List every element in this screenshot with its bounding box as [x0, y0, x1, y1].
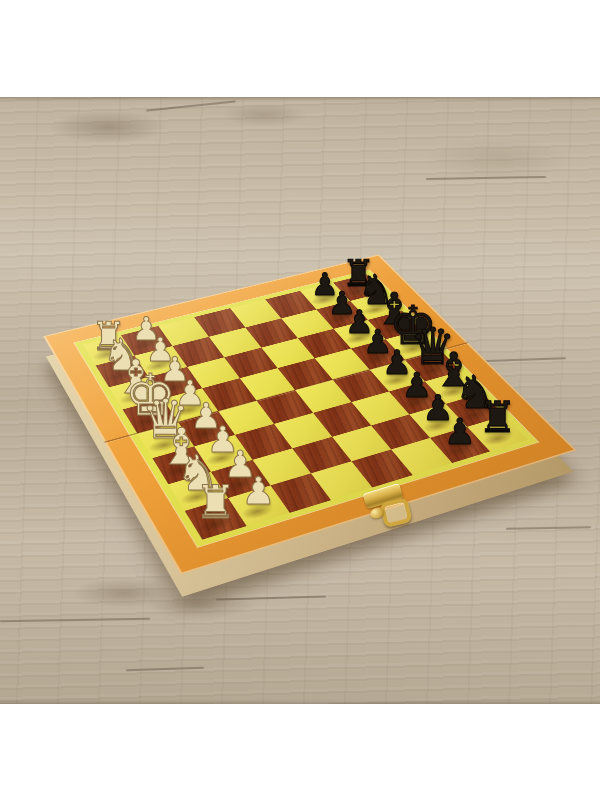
brass-clasp	[362, 486, 418, 530]
piece-contact-shadow	[237, 501, 277, 523]
piece-contact-shadow	[479, 429, 517, 448]
wood-crack	[506, 526, 591, 529]
clasp-hook	[379, 497, 412, 528]
piece-contact-shadow	[440, 441, 479, 460]
wood-crack	[126, 667, 204, 672]
wood-crack	[0, 618, 150, 623]
wood-crack	[216, 596, 326, 601]
wood-crack	[426, 176, 546, 180]
wood-crack	[146, 100, 236, 111]
piece-contact-shadow	[194, 514, 235, 536]
photo-canvas: ♜♟♟♜♞♟♟♞♝♟♟♝♚♟♟♚♛♟♟♛♝♟♟♝♞♟♟♞♜♟♟♜	[0, 0, 600, 800]
